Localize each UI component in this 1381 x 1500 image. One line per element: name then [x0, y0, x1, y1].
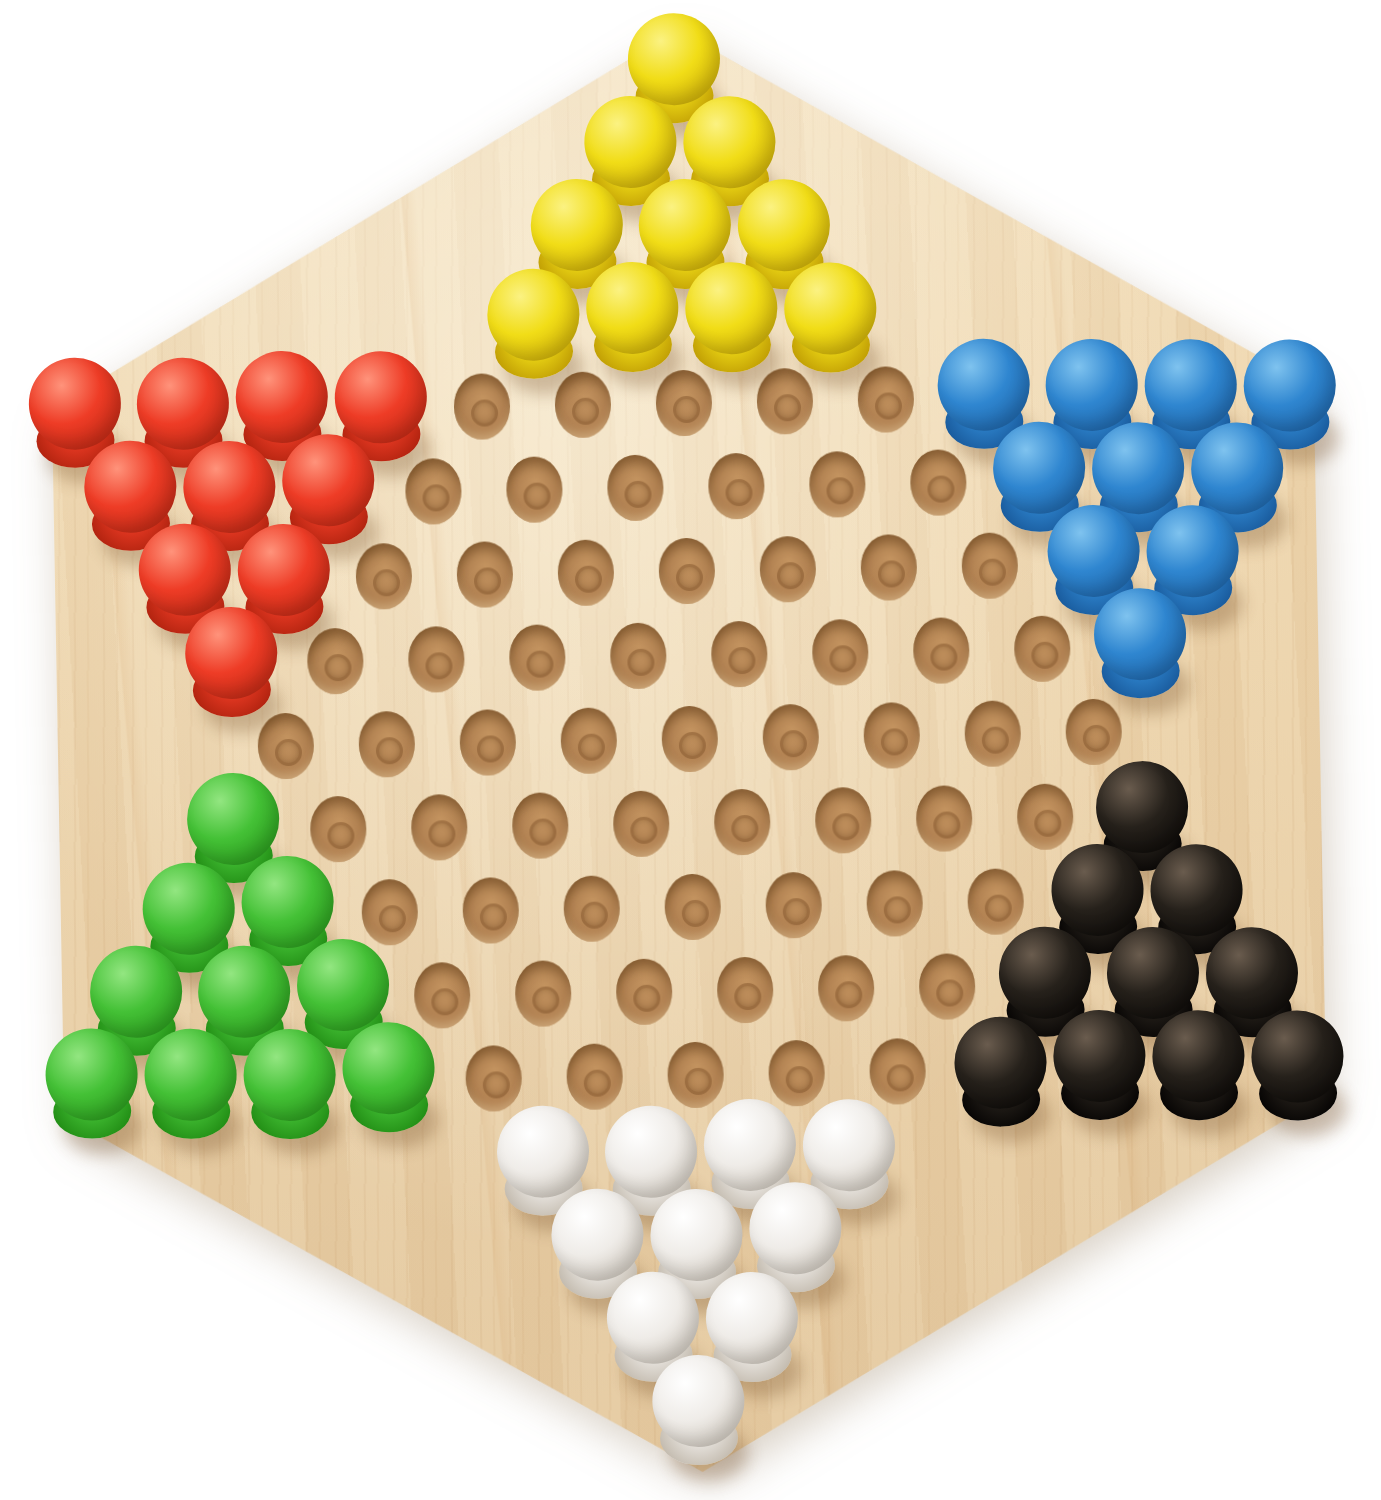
peg-white[interactable] — [648, 1354, 750, 1468]
peg-green[interactable] — [140, 1028, 242, 1142]
peg-black[interactable] — [1049, 1009, 1151, 1123]
board-cell — [1250, 1021, 1352, 1107]
peg-black[interactable] — [1148, 1009, 1250, 1123]
peg-yellow[interactable] — [581, 261, 683, 375]
peg-green[interactable] — [239, 1028, 341, 1142]
board-cell — [783, 274, 885, 360]
board-cell — [39, 1043, 141, 1129]
peg-grid — [21, 14, 1359, 1465]
board-cell — [581, 277, 683, 363]
board-tilt-wrapper — [0, 0, 1381, 1500]
board-cell — [341, 1037, 443, 1123]
board-cell — [241, 1039, 343, 1125]
peg-green[interactable] — [338, 1021, 440, 1135]
peg-blue[interactable] — [1089, 587, 1191, 701]
board-cell — [140, 1041, 242, 1127]
board-cell — [480, 279, 582, 365]
board-cell — [183, 620, 285, 706]
board-cell — [947, 1027, 1049, 1113]
product-photo-background — [0, 0, 1381, 1500]
peg-black[interactable] — [1247, 1010, 1349, 1124]
peg-yellow[interactable] — [779, 262, 881, 376]
peg-yellow[interactable] — [680, 261, 782, 375]
board-cell — [1048, 1025, 1150, 1111]
peg-green[interactable] — [41, 1028, 143, 1142]
board-cell — [1092, 604, 1194, 690]
board-cell — [682, 275, 784, 361]
peg-yellow[interactable] — [482, 268, 584, 382]
peg-black[interactable] — [950, 1016, 1052, 1130]
board-cell — [1149, 1023, 1251, 1109]
peg-red[interactable] — [180, 606, 282, 720]
board-cell — [650, 1368, 752, 1454]
